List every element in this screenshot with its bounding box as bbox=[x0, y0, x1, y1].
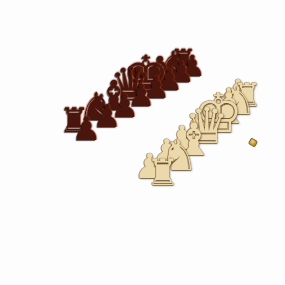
rank-label-5: 5 bbox=[78, 164, 102, 180]
rank-label-2: 2 bbox=[119, 189, 142, 206]
rank-label-8: 8 bbox=[38, 141, 62, 155]
piece-white-rook-a1[interactable]: ♜ bbox=[146, 155, 179, 192]
rank-label-7: 7 bbox=[51, 149, 75, 164]
rank-label-3: 3 bbox=[105, 180, 128, 197]
rank-label-6: 6 bbox=[65, 156, 89, 171]
brass-hinge-icon bbox=[248, 137, 258, 147]
piece-black-pawn-a7[interactable]: ♟ bbox=[72, 113, 101, 145]
square-a5[interactable] bbox=[97, 145, 130, 167]
rank-label-1: 1 bbox=[133, 197, 155, 214]
chess-set-photo: 8A7B6C5D4E3F2G1H ♜♞♝♛♚♝♞♜♟♟♟♟♟♟♟♟♟♟♟♟♟♟♟… bbox=[0, 0, 285, 285]
pieces-layer: ♜♞♝♛♚♝♞♜♟♟♟♟♟♟♟♟♟♟♟♟♟♟♟♟♜♞♝♛♚♝♞♜ bbox=[0, 0, 285, 285]
rank-label-4: 4 bbox=[91, 172, 114, 188]
